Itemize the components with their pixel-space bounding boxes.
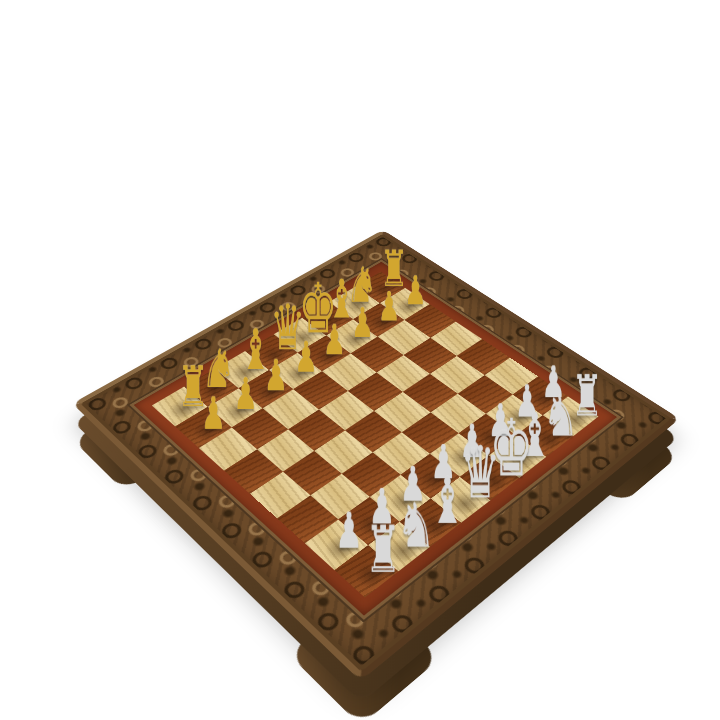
piece-silver-rook[interactable]: ♜ <box>365 518 393 583</box>
piece-gold-pawn[interactable]: ♟ <box>323 319 346 361</box>
piece-gold-pawn[interactable]: ♟ <box>201 391 226 436</box>
piece-gold-pawn[interactable]: ♟ <box>378 286 401 327</box>
piece-gold-pawn[interactable]: ♟ <box>264 354 288 397</box>
chess-board: ♜♞♝♛♚♝♞♜♟♟♟♟♟♟♟♟♟♟♟♟♟♟♟♟♜♞♝♛♚♝♞♜ <box>72 230 680 681</box>
product-photo-page: { "game": "chess", "scene": { "type": "p… <box>0 0 720 720</box>
piece-gold-pawn[interactable]: ♟ <box>233 372 258 416</box>
piece-gold-pawn[interactable]: ♟ <box>294 336 318 379</box>
piece-gold-pawn[interactable]: ♟ <box>404 271 426 311</box>
scene: ♜♞♝♛♚♝♞♜♟♟♟♟♟♟♟♟♟♟♟♟♟♟♟♟♜♞♝♛♚♝♞♜ <box>0 0 720 720</box>
piece-gold-rook[interactable]: ♜ <box>177 359 202 415</box>
piece-gold-pawn[interactable]: ♟ <box>351 302 374 343</box>
photo-stage: ♜♞♝♛♚♝♞♜♟♟♟♟♟♟♟♟♟♟♟♟♟♟♟♟♜♞♝♛♚♝♞♜ <box>0 0 720 720</box>
piece-silver-pawn[interactable]: ♟ <box>335 506 363 556</box>
